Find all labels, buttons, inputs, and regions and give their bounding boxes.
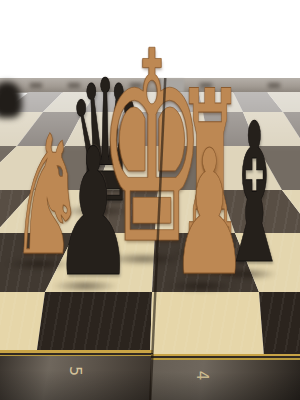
black-pawn-piece: ♟ <box>49 125 137 301</box>
near-rail-left: 5 <box>0 350 153 400</box>
gold-inlay-line <box>0 350 153 356</box>
photo-canvas: 5 4 ♛♜♞♚♟♟♝ <box>0 0 300 400</box>
pieces-layer: ♛♜♞♚♟♟♝ <box>0 0 300 400</box>
black-bishop-piece: ♝ <box>215 98 292 291</box>
near-rail-right: 4 <box>151 354 300 400</box>
rail-shade <box>0 370 153 400</box>
gold-inlay-line <box>151 354 300 360</box>
rail-shade <box>151 372 300 400</box>
